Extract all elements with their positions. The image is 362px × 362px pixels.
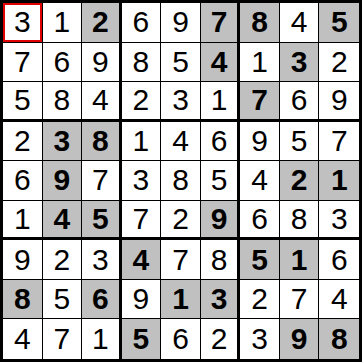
sudoku-cell-r1c2[interactable]: 1 xyxy=(43,3,83,43)
sudoku-cell-r2c5[interactable]: 5 xyxy=(161,43,201,83)
sudoku-cell-r6c1[interactable]: 1 xyxy=(3,201,43,241)
sudoku-cell-r1c6[interactable]: 7 xyxy=(201,3,241,43)
sudoku-cell-r7c5[interactable]: 7 xyxy=(161,240,201,280)
sudoku-cell-r8c7[interactable]: 2 xyxy=(240,280,280,320)
sudoku-cell-r2c9[interactable]: 2 xyxy=(319,43,359,83)
sudoku-cell-r9c1[interactable]: 4 xyxy=(3,319,43,359)
sudoku-cell-r5c9[interactable]: 1 xyxy=(319,161,359,201)
sudoku-cell-r4c9[interactable]: 7 xyxy=(319,122,359,162)
sudoku-cell-r8c2[interactable]: 5 xyxy=(43,280,83,320)
sudoku-cell-r6c3[interactable]: 5 xyxy=(82,201,122,241)
sudoku-cell-r3c1[interactable]: 5 xyxy=(3,82,43,122)
sudoku-cell-r8c5[interactable]: 1 xyxy=(161,280,201,320)
sudoku-cell-r5c2[interactable]: 9 xyxy=(43,161,83,201)
sudoku-cell-r5c3[interactable]: 7 xyxy=(82,161,122,201)
sudoku-cell-r3c5[interactable]: 3 xyxy=(161,82,201,122)
sudoku-cell-r4c8[interactable]: 5 xyxy=(280,122,320,162)
sudoku-cell-r1c5[interactable]: 9 xyxy=(161,3,201,43)
sudoku-cell-r2c1[interactable]: 7 xyxy=(3,43,43,83)
sudoku-cell-r1c3[interactable]: 2 xyxy=(82,3,122,43)
sudoku-cell-r6c6[interactable]: 9 xyxy=(201,201,241,241)
sudoku-cell-r4c2[interactable]: 3 xyxy=(43,122,83,162)
sudoku-cell-r7c6[interactable]: 8 xyxy=(201,240,241,280)
sudoku-cell-r5c1[interactable]: 6 xyxy=(3,161,43,201)
sudoku-cell-r4c5[interactable]: 4 xyxy=(161,122,201,162)
sudoku-cell-r4c4[interactable]: 1 xyxy=(122,122,162,162)
sudoku-cell-r2c2[interactable]: 6 xyxy=(43,43,83,83)
sudoku-cell-r8c9[interactable]: 4 xyxy=(319,280,359,320)
sudoku-cell-r9c7[interactable]: 3 xyxy=(240,319,280,359)
sudoku-cell-r7c8[interactable]: 1 xyxy=(280,240,320,280)
sudoku-cell-r4c1[interactable]: 2 xyxy=(3,122,43,162)
sudoku-cell-r6c7[interactable]: 6 xyxy=(240,201,280,241)
sudoku-cell-r9c3[interactable]: 1 xyxy=(82,319,122,359)
sudoku-cell-r9c5[interactable]: 6 xyxy=(161,319,201,359)
sudoku-cell-r6c8[interactable]: 8 xyxy=(280,201,320,241)
sudoku-cell-r9c9[interactable]: 8 xyxy=(319,319,359,359)
sudoku-cell-r4c7[interactable]: 9 xyxy=(240,122,280,162)
sudoku-cell-r5c4[interactable]: 3 xyxy=(122,161,162,201)
sudoku-board: 3126978457698541325842317692381469576973… xyxy=(0,0,362,362)
sudoku-cell-r3c9[interactable]: 9 xyxy=(319,82,359,122)
sudoku-cell-r3c3[interactable]: 4 xyxy=(82,82,122,122)
sudoku-cell-r8c6[interactable]: 3 xyxy=(201,280,241,320)
sudoku-cell-r4c3[interactable]: 8 xyxy=(82,122,122,162)
sudoku-cell-r5c6[interactable]: 5 xyxy=(201,161,241,201)
sudoku-cell-r6c2[interactable]: 4 xyxy=(43,201,83,241)
sudoku-cell-r5c5[interactable]: 8 xyxy=(161,161,201,201)
sudoku-cell-r6c4[interactable]: 7 xyxy=(122,201,162,241)
sudoku-cell-r1c1[interactable]: 3 xyxy=(3,3,43,43)
sudoku-cell-r2c4[interactable]: 8 xyxy=(122,43,162,83)
sudoku-cell-r1c9[interactable]: 5 xyxy=(319,3,359,43)
sudoku-cell-r7c3[interactable]: 3 xyxy=(82,240,122,280)
sudoku-cell-r9c4[interactable]: 5 xyxy=(122,319,162,359)
sudoku-cell-r7c1[interactable]: 9 xyxy=(3,240,43,280)
sudoku-cell-r7c2[interactable]: 2 xyxy=(43,240,83,280)
sudoku-cell-r8c3[interactable]: 6 xyxy=(82,280,122,320)
sudoku-cell-r2c6[interactable]: 4 xyxy=(201,43,241,83)
sudoku-cell-r4c6[interactable]: 6 xyxy=(201,122,241,162)
sudoku-cell-r7c7[interactable]: 5 xyxy=(240,240,280,280)
sudoku-cell-r7c4[interactable]: 4 xyxy=(122,240,162,280)
sudoku-cell-r8c4[interactable]: 9 xyxy=(122,280,162,320)
sudoku-cell-r6c9[interactable]: 3 xyxy=(319,201,359,241)
sudoku-cell-r3c7[interactable]: 7 xyxy=(240,82,280,122)
sudoku-cell-r8c8[interactable]: 7 xyxy=(280,280,320,320)
sudoku-cell-r1c4[interactable]: 6 xyxy=(122,3,162,43)
sudoku-cell-r5c7[interactable]: 4 xyxy=(240,161,280,201)
sudoku-cell-r8c1[interactable]: 8 xyxy=(3,280,43,320)
sudoku-cell-r9c2[interactable]: 7 xyxy=(43,319,83,359)
sudoku-cell-r2c7[interactable]: 1 xyxy=(240,43,280,83)
sudoku-cell-r7c9[interactable]: 6 xyxy=(319,240,359,280)
sudoku-cell-r1c8[interactable]: 4 xyxy=(280,3,320,43)
sudoku-cell-r2c3[interactable]: 9 xyxy=(82,43,122,83)
sudoku-cell-r3c6[interactable]: 1 xyxy=(201,82,241,122)
sudoku-cell-r5c8[interactable]: 2 xyxy=(280,161,320,201)
sudoku-cell-r3c4[interactable]: 2 xyxy=(122,82,162,122)
sudoku-cell-r3c8[interactable]: 6 xyxy=(280,82,320,122)
sudoku-cell-r6c5[interactable]: 2 xyxy=(161,201,201,241)
sudoku-cell-r9c8[interactable]: 9 xyxy=(280,319,320,359)
sudoku-cell-r3c2[interactable]: 8 xyxy=(43,82,83,122)
sudoku-cell-r9c6[interactable]: 2 xyxy=(201,319,241,359)
sudoku-cell-r2c8[interactable]: 3 xyxy=(280,43,320,83)
sudoku-cell-r1c7[interactable]: 8 xyxy=(240,3,280,43)
